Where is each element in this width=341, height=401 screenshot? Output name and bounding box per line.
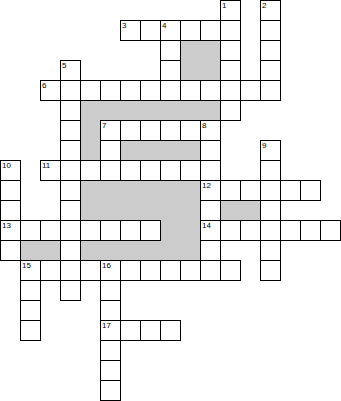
cell[interactable] [140,80,161,101]
cell[interactable] [220,20,241,41]
cell[interactable] [260,60,281,81]
cell[interactable] [220,180,241,201]
cell[interactable] [80,260,101,281]
cell[interactable] [280,220,301,241]
cell[interactable] [260,80,281,101]
blocked-cell [200,100,221,121]
cell[interactable] [60,260,81,281]
cell[interactable] [40,80,61,101]
cell[interactable] [240,220,261,241]
blocked-cell [220,200,241,221]
cell[interactable] [20,220,41,241]
cell[interactable] [100,220,121,241]
cell[interactable] [200,240,221,261]
cell[interactable] [180,260,201,281]
cell[interactable] [240,180,261,201]
blocked-cell [180,60,201,81]
blocked-cell [200,60,221,81]
blocked-cell [140,180,161,201]
cell[interactable] [140,160,161,181]
blocked-cell [140,100,161,121]
blocked-cell [180,200,201,221]
cell[interactable] [220,40,241,61]
cell[interactable] [260,260,281,281]
cell[interactable] [160,20,181,41]
blocked-cell [160,220,181,241]
blocked-cell [120,240,141,261]
cell[interactable] [0,240,21,261]
cell[interactable] [260,240,281,261]
blocked-cell [140,200,161,221]
cell[interactable] [100,260,121,281]
cell[interactable] [100,280,121,301]
cell[interactable] [100,80,121,101]
blocked-cell [180,40,201,61]
cell[interactable] [200,180,221,201]
blocked-cell [120,100,141,121]
blocked-cell [120,200,141,221]
blocked-cell [80,180,101,201]
cell[interactable] [0,160,21,181]
blocked-cell [180,140,201,161]
cell[interactable] [260,140,281,161]
cell[interactable] [280,180,301,201]
blocked-cell [80,140,101,161]
cell[interactable] [0,220,21,241]
cell[interactable] [60,60,81,81]
cell[interactable] [100,120,121,141]
blocked-cell [100,200,121,221]
blocked-cell [100,100,121,121]
blocked-cell [100,240,121,261]
blocked-cell [80,200,101,221]
cell[interactable] [80,80,101,101]
cell[interactable] [60,200,81,221]
blocked-cell [80,120,101,141]
blocked-cell [160,240,181,261]
cell[interactable] [20,320,41,341]
cell[interactable] [20,260,41,281]
blocked-cell [120,180,141,201]
cell[interactable] [200,200,221,221]
blocked-cell [40,240,61,261]
cell[interactable] [180,20,201,41]
blocked-cell [20,240,41,261]
cell[interactable] [40,220,61,241]
cell[interactable] [60,240,81,261]
cell[interactable] [60,180,81,201]
cell[interactable] [100,360,121,381]
cell[interactable] [260,200,281,221]
cell[interactable] [160,260,181,281]
blocked-cell [140,140,161,161]
cell[interactable] [100,320,121,341]
cell[interactable] [260,180,281,201]
cell[interactable] [300,220,321,241]
cell[interactable] [180,120,201,141]
cell[interactable] [80,220,101,241]
cell[interactable] [100,380,121,401]
cell[interactable] [200,220,221,241]
cell[interactable] [160,160,181,181]
cell[interactable] [140,260,161,281]
cell[interactable] [40,160,61,181]
cell[interactable] [220,0,241,21]
cell[interactable] [60,280,81,301]
blocked-cell [180,240,201,261]
blocked-cell [160,100,181,121]
cell[interactable] [60,120,81,141]
cell[interactable] [80,160,101,181]
cell[interactable] [160,40,181,61]
cell[interactable] [200,260,221,281]
cell[interactable] [100,160,121,181]
cell[interactable] [140,20,161,41]
cell[interactable] [180,160,201,181]
blocked-cell [160,140,181,161]
cell[interactable] [120,160,141,181]
cell[interactable] [160,320,181,341]
cell[interactable] [220,80,241,101]
cell[interactable] [200,120,221,141]
blocked-cell [240,200,261,221]
cell[interactable] [320,220,341,241]
cell[interactable] [0,200,21,221]
cell[interactable] [120,260,141,281]
blocked-cell [100,180,121,201]
cell[interactable] [100,140,121,161]
cell[interactable] [100,340,121,361]
blocked-cell [200,40,221,61]
cell[interactable] [260,40,281,61]
blocked-cell [120,140,141,161]
cell[interactable] [260,0,281,21]
cell[interactable] [0,180,21,201]
cell[interactable] [160,80,181,101]
cell[interactable] [180,80,201,101]
cell[interactable] [20,300,41,321]
cell[interactable] [140,220,161,241]
cell[interactable] [60,100,81,121]
cell[interactable] [260,160,281,181]
cell[interactable] [260,20,281,41]
cell[interactable] [100,300,121,321]
cell[interactable] [140,120,161,141]
cell[interactable] [60,220,81,241]
blocked-cell [140,240,161,261]
cell[interactable] [220,260,241,281]
cell[interactable] [240,80,261,101]
cell[interactable] [160,60,181,81]
cell[interactable] [160,120,181,141]
cell[interactable] [60,140,81,161]
cell[interactable] [60,80,81,101]
cell[interactable] [220,220,241,241]
crossword-grid: 1234567891011121314151617 [0,0,341,401]
cell[interactable] [200,20,221,41]
cell[interactable] [300,180,321,201]
cell[interactable] [60,160,81,181]
cell[interactable] [220,100,241,121]
blocked-cell [80,240,101,261]
blocked-cell [180,180,201,201]
cell[interactable] [120,120,141,141]
blocked-cell [180,100,201,121]
cell[interactable] [20,280,41,301]
cell[interactable] [200,140,221,161]
cell[interactable] [40,260,61,281]
cell[interactable] [220,60,241,81]
cell[interactable] [120,320,141,341]
cell[interactable] [120,80,141,101]
blocked-cell [160,180,181,201]
blocked-cell [80,100,101,121]
cell[interactable] [200,80,221,101]
cell[interactable] [120,220,141,241]
blocked-cell [160,200,181,221]
cell[interactable] [140,320,161,341]
cell[interactable] [260,220,281,241]
blocked-cell [180,220,201,241]
cell[interactable] [200,160,221,181]
cell[interactable] [120,20,141,41]
